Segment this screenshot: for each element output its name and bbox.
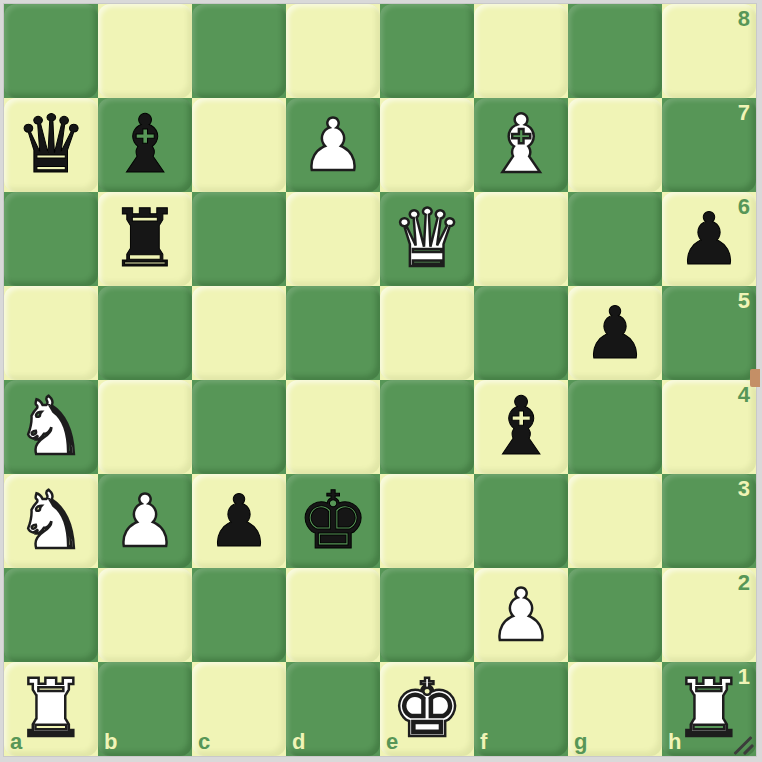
- piece-white-pawn[interactable]: ♟: [113, 474, 178, 568]
- square-h4[interactable]: 4: [662, 380, 756, 474]
- square-d7[interactable]: ♟: [286, 98, 380, 192]
- piece-white-knight[interactable]: ♞: [15, 474, 87, 568]
- square-d1[interactable]: d: [286, 662, 380, 756]
- square-f2[interactable]: ♟: [474, 568, 568, 662]
- coord-rank-8: 8: [738, 8, 750, 30]
- coord-file-c: c: [198, 731, 210, 753]
- square-f1[interactable]: f: [474, 662, 568, 756]
- square-a5[interactable]: [4, 286, 98, 380]
- square-a2[interactable]: [4, 568, 98, 662]
- piece-black-bishop[interactable]: ♝: [109, 98, 181, 192]
- square-f5[interactable]: [474, 286, 568, 380]
- square-g1[interactable]: g: [568, 662, 662, 756]
- coord-rank-7: 7: [738, 102, 750, 124]
- piece-white-king[interactable]: ♚: [391, 662, 463, 756]
- coord-rank-4: 4: [738, 384, 750, 406]
- square-b3[interactable]: ♟: [98, 474, 192, 568]
- page-edge-fragment: [750, 369, 760, 387]
- square-e1[interactable]: ♚e: [380, 662, 474, 756]
- coord-rank-5: 5: [738, 290, 750, 312]
- coord-rank-3: 3: [738, 478, 750, 500]
- square-b5[interactable]: [98, 286, 192, 380]
- piece-black-king[interactable]: ♚: [297, 474, 369, 568]
- square-e6[interactable]: ♛: [380, 192, 474, 286]
- square-e4[interactable]: [380, 380, 474, 474]
- piece-black-pawn[interactable]: ♟: [677, 192, 742, 286]
- square-e2[interactable]: [380, 568, 474, 662]
- square-c7[interactable]: [192, 98, 286, 192]
- piece-white-queen[interactable]: ♛: [391, 192, 463, 286]
- square-b6[interactable]: ♜: [98, 192, 192, 286]
- square-c3[interactable]: ♟: [192, 474, 286, 568]
- square-b2[interactable]: [98, 568, 192, 662]
- square-d5[interactable]: [286, 286, 380, 380]
- piece-black-queen[interactable]: ♛: [15, 98, 87, 192]
- square-b1[interactable]: b: [98, 662, 192, 756]
- coord-rank-2: 2: [738, 572, 750, 594]
- square-e7[interactable]: [380, 98, 474, 192]
- square-a7[interactable]: ♛: [4, 98, 98, 192]
- square-e8[interactable]: [380, 4, 474, 98]
- square-g4[interactable]: [568, 380, 662, 474]
- square-c4[interactable]: [192, 380, 286, 474]
- board-resize-handle-icon[interactable]: [731, 731, 755, 755]
- square-a6[interactable]: [4, 192, 98, 286]
- square-g6[interactable]: [568, 192, 662, 286]
- coord-file-h: h: [668, 731, 681, 753]
- square-c6[interactable]: [192, 192, 286, 286]
- square-d4[interactable]: [286, 380, 380, 474]
- piece-white-rook[interactable]: ♜: [15, 662, 87, 756]
- square-c5[interactable]: [192, 286, 286, 380]
- square-f3[interactable]: [474, 474, 568, 568]
- square-d6[interactable]: [286, 192, 380, 286]
- square-f4[interactable]: ♝: [474, 380, 568, 474]
- piece-white-pawn[interactable]: ♟: [489, 568, 554, 662]
- square-c2[interactable]: [192, 568, 286, 662]
- piece-white-knight[interactable]: ♞: [15, 380, 87, 474]
- square-h7[interactable]: 7: [662, 98, 756, 192]
- square-d8[interactable]: [286, 4, 380, 98]
- piece-black-bishop[interactable]: ♝: [485, 380, 557, 474]
- coord-file-f: f: [480, 731, 487, 753]
- square-h2[interactable]: 2: [662, 568, 756, 662]
- square-h6[interactable]: ♟6: [662, 192, 756, 286]
- square-g3[interactable]: [568, 474, 662, 568]
- coord-rank-1: 1: [738, 666, 750, 688]
- piece-white-bishop[interactable]: ♝: [485, 98, 557, 192]
- coord-file-b: b: [104, 731, 117, 753]
- coord-file-e: e: [386, 731, 398, 753]
- square-d2[interactable]: [286, 568, 380, 662]
- square-g8[interactable]: [568, 4, 662, 98]
- chess-board[interactable]: 8♛♝♟♝7♜♛♟6♟5♞♝4♞♟♟♚3♟2♜abcd♚efg♜1h: [4, 4, 756, 756]
- square-b7[interactable]: ♝: [98, 98, 192, 192]
- piece-black-pawn[interactable]: ♟: [207, 474, 272, 568]
- square-h8[interactable]: 8: [662, 4, 756, 98]
- chess-page: 8♛♝♟♝7♜♛♟6♟5♞♝4♞♟♟♚3♟2♜abcd♚efg♜1h: [0, 0, 762, 762]
- coord-file-a: a: [10, 731, 22, 753]
- square-a8[interactable]: [4, 4, 98, 98]
- square-g2[interactable]: [568, 568, 662, 662]
- coord-file-g: g: [574, 731, 587, 753]
- square-a4[interactable]: ♞: [4, 380, 98, 474]
- square-b4[interactable]: [98, 380, 192, 474]
- square-e5[interactable]: [380, 286, 474, 380]
- square-g7[interactable]: [568, 98, 662, 192]
- square-c8[interactable]: [192, 4, 286, 98]
- coord-rank-6: 6: [738, 196, 750, 218]
- square-f8[interactable]: [474, 4, 568, 98]
- piece-black-rook[interactable]: ♜: [109, 192, 181, 286]
- square-f7[interactable]: ♝: [474, 98, 568, 192]
- square-c1[interactable]: c: [192, 662, 286, 756]
- square-a1[interactable]: ♜a: [4, 662, 98, 756]
- square-f6[interactable]: [474, 192, 568, 286]
- coord-file-d: d: [292, 731, 305, 753]
- square-h3[interactable]: 3: [662, 474, 756, 568]
- square-h5[interactable]: 5: [662, 286, 756, 380]
- square-d3[interactable]: ♚: [286, 474, 380, 568]
- piece-black-pawn[interactable]: ♟: [583, 286, 648, 380]
- square-g5[interactable]: ♟: [568, 286, 662, 380]
- piece-white-pawn[interactable]: ♟: [301, 98, 366, 192]
- square-b8[interactable]: [98, 4, 192, 98]
- square-a3[interactable]: ♞: [4, 474, 98, 568]
- square-e3[interactable]: [380, 474, 474, 568]
